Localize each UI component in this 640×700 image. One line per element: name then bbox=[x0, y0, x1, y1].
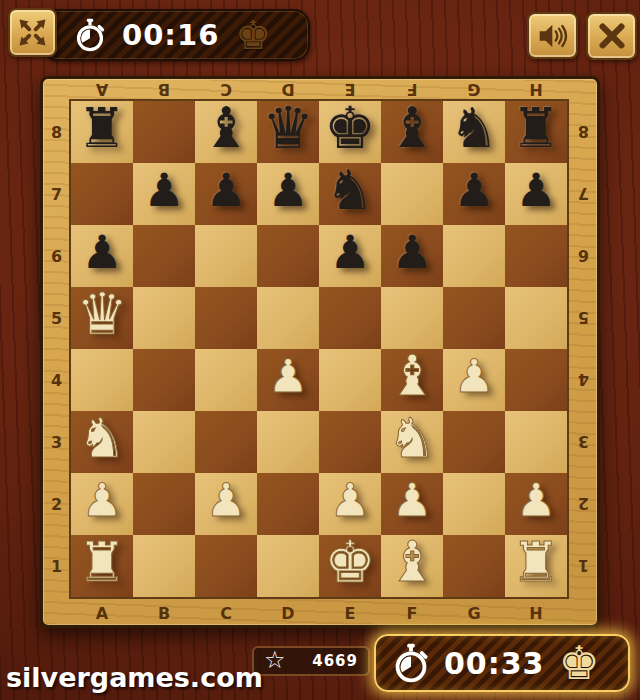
coord-label: 8 bbox=[43, 101, 70, 163]
fullscreen-icon bbox=[17, 17, 48, 48]
square-e2[interactable]: ♟ bbox=[319, 473, 381, 535]
black-queen[interactable]: ♛ bbox=[262, 97, 314, 159]
black-pawn[interactable]: ♟ bbox=[391, 221, 432, 283]
rank-labels-right: 87654321 bbox=[567, 101, 600, 597]
white-pawn[interactable]: ♟ bbox=[515, 469, 556, 531]
score-value: 4669 bbox=[312, 652, 358, 670]
square-b7[interactable]: ♟ bbox=[133, 163, 195, 225]
coord-label: F bbox=[381, 597, 443, 629]
square-d5[interactable] bbox=[257, 287, 319, 349]
coord-label: 4 bbox=[567, 349, 600, 411]
square-e6[interactable]: ♟ bbox=[319, 225, 381, 287]
square-c3[interactable] bbox=[195, 411, 257, 473]
black-rook[interactable]: ♜ bbox=[77, 97, 126, 159]
coord-label: B bbox=[133, 79, 195, 100]
square-c7[interactable]: ♟ bbox=[195, 163, 257, 225]
square-h1[interactable]: ♜ bbox=[505, 535, 567, 597]
white-clock: 00:33 ♚ bbox=[374, 634, 630, 692]
coord-label: 1 bbox=[43, 535, 70, 597]
black-pawn[interactable]: ♟ bbox=[515, 159, 556, 221]
coord-label: 7 bbox=[43, 163, 70, 225]
chess-board: ABCDEFGH 87654321 87654321 ABCDEFGH ♜♝♛♚… bbox=[40, 76, 600, 628]
black-pawn[interactable]: ♟ bbox=[143, 159, 184, 221]
square-a6[interactable]: ♟ bbox=[71, 225, 133, 287]
square-f1[interactable]: ♝ bbox=[381, 535, 443, 597]
square-b4[interactable] bbox=[133, 349, 195, 411]
square-a4[interactable] bbox=[71, 349, 133, 411]
black-clock: 00:16 ♚ bbox=[46, 9, 310, 61]
black-bishop[interactable]: ♝ bbox=[201, 97, 251, 159]
white-pawn[interactable]: ♟ bbox=[329, 469, 370, 531]
white-pawn[interactable]: ♟ bbox=[453, 345, 494, 407]
square-b6[interactable] bbox=[133, 225, 195, 287]
coord-label: C bbox=[195, 597, 257, 629]
black-pawn[interactable]: ♟ bbox=[81, 221, 122, 283]
square-a3[interactable]: ♞ bbox=[71, 411, 133, 473]
stopwatch-icon bbox=[392, 643, 430, 683]
square-b2[interactable] bbox=[133, 473, 195, 535]
close-button[interactable] bbox=[586, 12, 637, 60]
square-g7[interactable]: ♟ bbox=[443, 163, 505, 225]
coord-label: 6 bbox=[43, 225, 70, 287]
stopwatch-icon bbox=[74, 18, 106, 52]
coord-label: G bbox=[443, 597, 505, 629]
coord-label: 2 bbox=[43, 473, 70, 535]
square-f2[interactable]: ♟ bbox=[381, 473, 443, 535]
star-icon: ☆ bbox=[264, 648, 286, 672]
coord-label: 2 bbox=[567, 473, 600, 535]
white-pawn[interactable]: ♟ bbox=[81, 469, 122, 531]
black-pawn[interactable]: ♟ bbox=[267, 159, 308, 221]
square-e5[interactable] bbox=[319, 287, 381, 349]
square-a5[interactable]: ♛ bbox=[71, 287, 133, 349]
coord-label: 1 bbox=[567, 535, 600, 597]
square-g1[interactable] bbox=[443, 535, 505, 597]
coord-label: E bbox=[319, 597, 381, 629]
coord-label: D bbox=[257, 597, 319, 629]
square-b8[interactable] bbox=[133, 101, 195, 163]
square-d2[interactable] bbox=[257, 473, 319, 535]
square-f3[interactable]: ♞ bbox=[381, 411, 443, 473]
coord-label: 7 bbox=[567, 163, 600, 225]
square-e3[interactable] bbox=[319, 411, 381, 473]
square-h4[interactable] bbox=[505, 349, 567, 411]
coord-label: 3 bbox=[43, 411, 70, 473]
score-pill: ☆ 4669 bbox=[252, 646, 370, 676]
square-c8[interactable]: ♝ bbox=[195, 101, 257, 163]
square-c1[interactable] bbox=[195, 535, 257, 597]
square-h3[interactable] bbox=[505, 411, 567, 473]
coord-label: 5 bbox=[43, 287, 70, 349]
square-a2[interactable]: ♟ bbox=[71, 473, 133, 535]
square-c4[interactable] bbox=[195, 349, 257, 411]
square-a1[interactable]: ♜ bbox=[71, 535, 133, 597]
coord-label: 5 bbox=[567, 287, 600, 349]
square-e7[interactable]: ♞ bbox=[319, 163, 381, 225]
square-f6[interactable]: ♟ bbox=[381, 225, 443, 287]
coord-label: 6 bbox=[567, 225, 600, 287]
square-g2[interactable] bbox=[443, 473, 505, 535]
square-d4[interactable]: ♟ bbox=[257, 349, 319, 411]
square-c5[interactable] bbox=[195, 287, 257, 349]
coord-label: A bbox=[71, 597, 133, 629]
white-queen[interactable]: ♛ bbox=[76, 283, 128, 345]
square-e4[interactable] bbox=[319, 349, 381, 411]
square-g3[interactable] bbox=[443, 411, 505, 473]
white-clock-time: 00:33 bbox=[444, 646, 545, 681]
coord-label: 3 bbox=[567, 411, 600, 473]
chess-game-screen: 00:16 ♚ bbox=[0, 0, 640, 700]
white-pawn[interactable]: ♟ bbox=[205, 469, 246, 531]
square-h8[interactable]: ♜ bbox=[505, 101, 567, 163]
file-labels-bottom: ABCDEFGH bbox=[71, 597, 567, 629]
square-c6[interactable] bbox=[195, 225, 257, 287]
square-b1[interactable] bbox=[133, 535, 195, 597]
square-g5[interactable] bbox=[443, 287, 505, 349]
black-knight[interactable]: ♞ bbox=[449, 97, 498, 159]
square-d7[interactable]: ♟ bbox=[257, 163, 319, 225]
white-pawn[interactable]: ♟ bbox=[391, 469, 432, 531]
rank-labels-left: 87654321 bbox=[43, 101, 70, 597]
board-squares: ♜♝♛♚♝♞♜♟♟♟♞♟♟♟♟♟♛♟♝♟♞♞♟♟♟♟♟♜♚♝♜ bbox=[69, 99, 569, 599]
white-rook[interactable]: ♜ bbox=[511, 531, 560, 593]
square-e1[interactable]: ♚ bbox=[319, 535, 381, 597]
coord-label: B bbox=[133, 597, 195, 629]
square-a7[interactable] bbox=[71, 163, 133, 225]
square-a8[interactable]: ♜ bbox=[71, 101, 133, 163]
black-rook[interactable]: ♜ bbox=[511, 97, 560, 159]
square-f5[interactable] bbox=[381, 287, 443, 349]
coord-label: 8 bbox=[567, 101, 600, 163]
square-b3[interactable] bbox=[133, 411, 195, 473]
silvergames-watermark: silvergames.com bbox=[6, 662, 263, 693]
square-h7[interactable]: ♟ bbox=[505, 163, 567, 225]
square-h2[interactable]: ♟ bbox=[505, 473, 567, 535]
square-d3[interactable] bbox=[257, 411, 319, 473]
square-g6[interactable] bbox=[443, 225, 505, 287]
square-h5[interactable] bbox=[505, 287, 567, 349]
square-e8[interactable]: ♚ bbox=[319, 101, 381, 163]
white-bishop[interactable]: ♝ bbox=[387, 345, 437, 407]
speaker-icon bbox=[537, 21, 569, 51]
white-rook[interactable]: ♜ bbox=[77, 531, 126, 593]
square-g4[interactable]: ♟ bbox=[443, 349, 505, 411]
fullscreen-button[interactable] bbox=[8, 8, 57, 57]
close-icon bbox=[597, 21, 627, 51]
black-king-icon: ♚ bbox=[235, 15, 271, 55]
white-king[interactable]: ♚ bbox=[324, 531, 376, 593]
black-pawn[interactable]: ♟ bbox=[329, 221, 370, 283]
square-g8[interactable]: ♞ bbox=[443, 101, 505, 163]
coord-label: 4 bbox=[43, 349, 70, 411]
square-b5[interactable] bbox=[133, 287, 195, 349]
coord-label: H bbox=[505, 597, 567, 629]
square-h6[interactable] bbox=[505, 225, 567, 287]
black-bishop[interactable]: ♝ bbox=[387, 97, 437, 159]
white-pawn[interactable]: ♟ bbox=[267, 345, 308, 407]
square-f8[interactable]: ♝ bbox=[381, 101, 443, 163]
black-pawn[interactable]: ♟ bbox=[205, 159, 246, 221]
square-d6[interactable] bbox=[257, 225, 319, 287]
black-clock-time: 00:16 bbox=[122, 18, 219, 52]
black-knight[interactable]: ♞ bbox=[325, 159, 374, 221]
square-f7[interactable] bbox=[381, 163, 443, 225]
square-d8[interactable]: ♛ bbox=[257, 101, 319, 163]
white-knight[interactable]: ♞ bbox=[387, 407, 436, 469]
black-king[interactable]: ♚ bbox=[324, 97, 376, 159]
square-c2[interactable]: ♟ bbox=[195, 473, 257, 535]
white-bishop[interactable]: ♝ bbox=[387, 531, 437, 593]
sound-button[interactable] bbox=[527, 12, 578, 59]
white-knight[interactable]: ♞ bbox=[77, 407, 126, 469]
square-f4[interactable]: ♝ bbox=[381, 349, 443, 411]
black-pawn[interactable]: ♟ bbox=[453, 159, 494, 221]
square-d1[interactable] bbox=[257, 535, 319, 597]
white-king-icon: ♚ bbox=[559, 640, 600, 686]
